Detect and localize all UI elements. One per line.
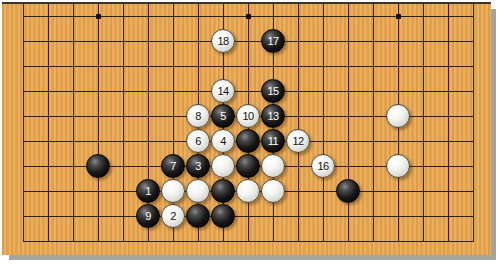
grid-line-vertical [73, 4, 74, 242]
stone-number-label: 10 [242, 111, 253, 122]
stone-number-label: 6 [195, 136, 201, 147]
stone-number-label: 14 [217, 86, 228, 97]
grid-line-vertical [298, 4, 299, 242]
stone-black [236, 154, 260, 178]
stone-white: 12 [286, 129, 310, 153]
stone-black: 3 [186, 154, 210, 178]
grid-line-vertical [448, 4, 449, 242]
grid-line-horizontal [23, 91, 474, 92]
stone-black: 11 [261, 129, 285, 153]
grid-line-horizontal [23, 216, 474, 217]
grid-line-vertical [123, 4, 124, 242]
stone-white [236, 179, 260, 203]
stone-black [86, 154, 110, 178]
grid-line-horizontal [23, 66, 474, 67]
stone-number-label: 17 [267, 36, 278, 47]
stone-number-label: 1 [145, 186, 151, 197]
stone-number-label: 5 [220, 111, 226, 122]
grid-line-vertical [98, 4, 99, 242]
grid-line-vertical [323, 4, 324, 242]
stone-black [211, 204, 235, 228]
stone-white: 18 [211, 29, 235, 53]
stone-white: 8 [186, 104, 210, 128]
stone-black [211, 179, 235, 203]
grid-line-vertical [48, 4, 49, 242]
stone-number-label: 3 [195, 161, 201, 172]
stone-number-label: 2 [170, 211, 176, 222]
grid-line-vertical [423, 4, 424, 242]
grid-line-vertical [473, 4, 474, 242]
board-frame: 181714158510136411127316192 [0, 0, 500, 268]
stone-white: 4 [211, 129, 235, 153]
grid-line-horizontal [23, 41, 474, 42]
stone-black: 5 [211, 104, 235, 128]
stone-white [386, 154, 410, 178]
go-board[interactable]: 181714158510136411127316192 [2, 2, 491, 255]
stone-number-label: 8 [195, 111, 201, 122]
stone-white: 6 [186, 129, 210, 153]
stone-white [161, 179, 185, 203]
stone-number-label: 13 [267, 111, 278, 122]
stone-white: 2 [161, 204, 185, 228]
stone-black: 13 [261, 104, 285, 128]
stone-number-label: 18 [217, 36, 228, 47]
stone-number-label: 16 [317, 161, 328, 172]
stone-white [261, 154, 285, 178]
star-point [396, 14, 401, 19]
stone-black [236, 129, 260, 153]
stone-black: 7 [161, 154, 185, 178]
stone-white [211, 154, 235, 178]
stone-black: 1 [136, 179, 160, 203]
stone-black: 15 [261, 79, 285, 103]
board-top-edge [2, 2, 491, 4]
stone-white [261, 179, 285, 203]
stone-white [186, 179, 210, 203]
stone-number-label: 7 [170, 161, 176, 172]
stone-white: 14 [211, 79, 235, 103]
star-point [246, 14, 251, 19]
stone-white [386, 104, 410, 128]
stone-number-label: 9 [145, 211, 151, 222]
stone-number-label: 11 [268, 136, 278, 147]
stone-black: 17 [261, 29, 285, 53]
stone-number-label: 15 [267, 86, 278, 97]
stone-black [336, 179, 360, 203]
stone-number-label: 4 [220, 136, 226, 147]
star-point [96, 14, 101, 19]
grid-line-vertical [23, 4, 24, 242]
grid-line-vertical [348, 4, 349, 242]
stone-black: 9 [136, 204, 160, 228]
stone-black [186, 204, 210, 228]
stone-number-label: 12 [292, 136, 303, 147]
stone-white: 10 [236, 104, 260, 128]
stone-white: 16 [311, 154, 335, 178]
grid-line-vertical [373, 4, 374, 242]
grid-line-horizontal [23, 241, 474, 242]
